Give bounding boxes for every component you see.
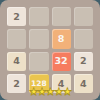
empty-cell-r0c2 <box>52 7 71 26</box>
tile-4-r3c3: 4 <box>74 74 93 93</box>
empty-cell-r0c1 <box>29 7 48 26</box>
tile-4-r3c2: 4 <box>52 74 71 93</box>
game-board-2048[interactable]: 284322212844★★★★★ <box>0 0 100 100</box>
empty-cell-r2c1 <box>29 52 48 71</box>
tile-32-r2c2: 32 <box>52 52 71 71</box>
tile-2-r3c0: 2 <box>7 74 26 93</box>
tile-4-r2c0: 4 <box>7 52 26 71</box>
tile-2-r0c0: 2 <box>7 7 26 26</box>
tile-8-r1c2: 8 <box>52 29 71 48</box>
empty-cell-r0c3 <box>74 7 93 26</box>
empty-cell-r1c1 <box>29 29 48 48</box>
empty-cell-r1c3 <box>74 29 93 48</box>
tile-2-r2c3: 2 <box>74 52 93 71</box>
tile-128-r3c1: 128 <box>29 74 48 93</box>
empty-cell-r1c0 <box>7 29 26 48</box>
